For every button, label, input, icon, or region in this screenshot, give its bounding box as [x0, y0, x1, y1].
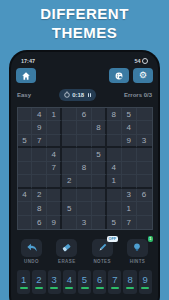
sudoku-cell-r9c9[interactable]: [137, 216, 152, 229]
sudoku-cell-r2c6[interactable]: 8: [92, 121, 107, 134]
battery-icon: [142, 58, 148, 64]
sudoku-cell-r8c3[interactable]: [47, 202, 62, 215]
theme-button[interactable]: [109, 68, 129, 83]
eraser-icon: [61, 239, 72, 257]
sudoku-cell-r2c9[interactable]: [137, 121, 152, 134]
status-time: 17:47: [21, 58, 35, 64]
numpad-key-5[interactable]: 5: [78, 270, 91, 294]
sudoku-cell-r7c6[interactable]: [92, 189, 107, 202]
sudoku-cell-r9c5[interactable]: 3: [77, 216, 92, 229]
sudoku-cell-r2c8[interactable]: 4: [122, 121, 137, 134]
promo-title-line1: DIFFERENT: [0, 4, 169, 23]
stopwatch-icon: [64, 91, 70, 99]
header-bar: ⚙: [11, 68, 158, 83]
difficulty-label: Easy: [17, 92, 31, 98]
status-bar: 17:47 54: [11, 52, 158, 64]
numpad-digit: 7: [112, 274, 117, 285]
sudoku-cell-r3c4[interactable]: [62, 135, 77, 148]
sudoku-cell-r5c9[interactable]: [137, 162, 152, 175]
sudoku-cell-r1c9[interactable]: [137, 108, 152, 121]
remaining-indicator: [20, 287, 28, 289]
sudoku-cell-r5c4[interactable]: [62, 162, 77, 175]
errors-label: Errors 0/3: [124, 92, 152, 98]
sudoku-cell-r4c8[interactable]: [122, 148, 137, 161]
sudoku-cell-r6c8[interactable]: [122, 175, 137, 188]
sudoku-cell-r6c4[interactable]: 2: [62, 175, 77, 188]
numpad-key-7[interactable]: 7: [108, 270, 121, 294]
sudoku-cell-r4c7[interactable]: [107, 148, 122, 161]
remaining-indicator: [111, 287, 119, 289]
sudoku-cell-r7c1[interactable]: 4: [18, 189, 33, 202]
sudoku-cell-r2c1[interactable]: [18, 121, 33, 134]
pencil-icon: [97, 239, 108, 257]
sudoku-cell-r1c5[interactable]: 6: [77, 108, 92, 121]
notes-badge: OFF: [107, 236, 118, 242]
sudoku-cell-r9c6[interactable]: [92, 216, 107, 229]
sudoku-cell-r3c5[interactable]: [77, 135, 92, 148]
erase-label: ERASE: [58, 259, 76, 264]
erase-button[interactable]: [56, 239, 77, 257]
erase-tool: ERASE: [56, 239, 77, 264]
numpad-digit: 1: [21, 274, 26, 285]
numpad-digit: 9: [143, 274, 148, 285]
sudoku-cell-r8c9[interactable]: [137, 202, 152, 215]
settings-button[interactable]: ⚙: [133, 68, 153, 83]
sudoku-board: 4168598457934578421423685169357: [17, 107, 153, 230]
gear-icon: ⚙: [139, 71, 147, 80]
undo-button[interactable]: [21, 239, 42, 257]
sudoku-cell-r9c3[interactable]: 9: [47, 216, 62, 229]
home-button[interactable]: [16, 68, 36, 83]
numpad-digit: 4: [67, 274, 72, 285]
timer-pill[interactable]: 0:18: [59, 89, 97, 101]
sudoku-cell-r1c2[interactable]: 4: [32, 108, 47, 121]
sudoku-cell-r8c1[interactable]: [18, 202, 33, 215]
sudoku-cell-r3c6[interactable]: [92, 135, 107, 148]
hints-button[interactable]: 1: [127, 239, 148, 257]
sudoku-cell-r2c3[interactable]: [47, 121, 62, 134]
numpad-digit: 6: [97, 274, 102, 285]
sudoku-cell-r5c7[interactable]: 4: [107, 162, 122, 175]
sudoku-cell-r7c9[interactable]: 6: [137, 189, 152, 202]
sudoku-cell-r5c1[interactable]: [18, 162, 33, 175]
sudoku-cell-r8c7[interactable]: [107, 202, 122, 215]
timer-value: 0:18: [72, 92, 84, 98]
sudoku-cell-r3c3[interactable]: [47, 135, 62, 148]
sudoku-cell-r9c4[interactable]: [62, 216, 77, 229]
sudoku-cell-r5c8[interactable]: [122, 162, 137, 175]
numpad-key-4[interactable]: 4: [63, 270, 76, 294]
sudoku-cell-r4c9[interactable]: [137, 148, 152, 161]
sudoku-cell-r2c7[interactable]: [107, 121, 122, 134]
sudoku-cell-r7c2[interactable]: 2: [32, 189, 47, 202]
sudoku-cell-r4c4[interactable]: [62, 148, 77, 161]
numpad-digit: 5: [82, 274, 87, 285]
remaining-indicator: [141, 287, 149, 289]
sudoku-cell-r4c6[interactable]: 5: [92, 148, 107, 161]
sudoku-cell-r1c7[interactable]: 8: [107, 108, 122, 121]
sudoku-cell-r9c7[interactable]: 5: [107, 216, 122, 229]
remaining-indicator: [81, 287, 89, 289]
hints-badge: 1: [148, 236, 153, 242]
pause-icon[interactable]: [88, 93, 92, 97]
sudoku-cell-r4c5[interactable]: [77, 148, 92, 161]
toolbar: UNDO ERASE OFF NOTES: [11, 239, 158, 264]
sudoku-cell-r8c4[interactable]: 5: [62, 202, 77, 215]
hints-tool: 1 HINTS: [127, 239, 148, 264]
phone-frame: 17:47 54: [11, 52, 158, 300]
promo-title-line2: THEMES: [0, 23, 169, 42]
numpad-key-3[interactable]: 3: [48, 270, 61, 294]
sudoku-cell-r3c7[interactable]: [107, 135, 122, 148]
numpad-key-8[interactable]: 8: [123, 270, 136, 294]
sudoku-cell-r6c5[interactable]: [77, 175, 92, 188]
notes-tool: OFF NOTES: [92, 239, 113, 264]
sudoku-cell-r3c2[interactable]: 7: [32, 135, 47, 148]
sudoku-cell-r5c5[interactable]: 8: [77, 162, 92, 175]
sudoku-cell-r6c2[interactable]: [32, 175, 47, 188]
notes-label: NOTES: [93, 259, 111, 264]
sudoku-cell-r6c6[interactable]: [92, 175, 107, 188]
remaining-indicator: [65, 287, 73, 289]
sudoku-cell-r3c1[interactable]: 5: [18, 135, 33, 148]
palette-icon: [114, 67, 124, 85]
sudoku-cell-r6c9[interactable]: [137, 175, 152, 188]
numpad-digit: 8: [127, 274, 132, 285]
sudoku-cell-r6c3[interactable]: [47, 175, 62, 188]
lightbulb-icon: [132, 239, 142, 257]
promo-page: DIFFERENT THEMES 17:47 54: [0, 0, 169, 300]
undo-tool: UNDO: [21, 239, 42, 264]
numpad-key-6[interactable]: 6: [93, 270, 106, 294]
home-icon: [21, 67, 31, 85]
numpad-key-2[interactable]: 2: [32, 270, 45, 294]
sudoku-cell-r7c8[interactable]: 3: [122, 189, 137, 202]
header-right-group: ⚙: [109, 68, 153, 83]
sudoku-cell-r2c2[interactable]: 9: [32, 121, 47, 134]
sudoku-cell-r4c3[interactable]: 4: [47, 148, 62, 161]
sudoku-cell-r5c2[interactable]: [32, 162, 47, 175]
sudoku-cell-r7c5[interactable]: [77, 189, 92, 202]
sudoku-cell-r4c2[interactable]: [32, 148, 47, 161]
sudoku-cell-r1c8[interactable]: 5: [122, 108, 137, 121]
sudoku-cell-r5c3[interactable]: 7: [47, 162, 62, 175]
sudoku-cell-r1c3[interactable]: 1: [47, 108, 62, 121]
remaining-indicator: [35, 287, 43, 289]
info-bar: Easy 0:18 Errors 0/3: [11, 89, 158, 101]
sudoku-cell-r8c5[interactable]: [77, 202, 92, 215]
sudoku-cell-r8c6[interactable]: [92, 202, 107, 215]
sudoku-cell-r6c1[interactable]: [18, 175, 33, 188]
remaining-indicator: [126, 287, 134, 289]
sudoku-cell-r4c1[interactable]: [18, 148, 33, 161]
sudoku-cell-r5c6[interactable]: [92, 162, 107, 175]
sudoku-cell-r1c1[interactable]: [18, 108, 33, 121]
remaining-indicator: [50, 287, 58, 289]
sudoku-cell-r8c2[interactable]: 8: [32, 202, 47, 215]
remaining-indicator: [96, 287, 104, 289]
sudoku-cell-r9c2[interactable]: 6: [32, 216, 47, 229]
sudoku-cell-r3c8[interactable]: 9: [122, 135, 137, 148]
battery-percent: 54: [134, 58, 140, 64]
sudoku-cell-r7c4[interactable]: [62, 189, 77, 202]
notes-button[interactable]: OFF: [92, 239, 113, 257]
sudoku-cell-r9c8[interactable]: 7: [122, 216, 137, 229]
battery-indicator: 54: [134, 58, 148, 64]
sudoku-cell-r6c7[interactable]: 1: [107, 175, 122, 188]
sudoku-cell-r1c6[interactable]: [92, 108, 107, 121]
sudoku-cell-r1c4[interactable]: [62, 108, 77, 121]
undo-label: UNDO: [24, 259, 39, 264]
sudoku-cell-r7c3[interactable]: [47, 189, 62, 202]
sudoku-cell-r9c1[interactable]: [18, 216, 33, 229]
sudoku-cell-r2c4[interactable]: [62, 121, 77, 134]
hints-label: HINTS: [130, 259, 146, 264]
numpad-digit: 2: [36, 274, 41, 285]
numpad: 123456789: [11, 270, 158, 294]
undo-icon: [26, 239, 38, 257]
sudoku-cell-r8c8[interactable]: 1: [122, 202, 137, 215]
numpad-key-9[interactable]: 9: [139, 270, 152, 294]
numpad-key-1[interactable]: 1: [17, 270, 30, 294]
numpad-digit: 3: [51, 274, 56, 285]
sudoku-cell-r3c9[interactable]: 3: [137, 135, 152, 148]
sudoku-cell-r7c7[interactable]: [107, 189, 122, 202]
sudoku-cell-r2c5[interactable]: [77, 121, 92, 134]
promo-title: DIFFERENT THEMES: [0, 4, 169, 42]
